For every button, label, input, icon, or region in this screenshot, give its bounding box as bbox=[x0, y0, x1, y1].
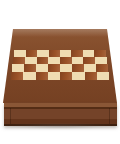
square-d6[interactable] bbox=[49, 50, 60, 57]
board-rank-2 bbox=[10, 80, 110, 88]
drawer-seam-right bbox=[109, 108, 110, 124]
square-c5[interactable] bbox=[37, 57, 49, 64]
board-rank-5 bbox=[13, 57, 106, 64]
square-e5[interactable] bbox=[60, 57, 72, 64]
drawer-seam-left bbox=[10, 108, 11, 124]
square-e6[interactable] bbox=[60, 50, 71, 57]
square-e4[interactable] bbox=[60, 64, 72, 72]
square-c3[interactable] bbox=[36, 72, 48, 80]
square-g6[interactable] bbox=[83, 50, 94, 57]
square-h6[interactable] bbox=[94, 50, 105, 57]
chess-board bbox=[0, 36, 120, 96]
square-f5[interactable] bbox=[72, 57, 84, 64]
square-a3[interactable] bbox=[11, 72, 23, 80]
square-b4[interactable] bbox=[24, 64, 36, 72]
square-c6[interactable] bbox=[37, 50, 48, 57]
board-rank-1 bbox=[9, 88, 112, 96]
board-rank-3 bbox=[11, 72, 109, 80]
square-g4[interactable] bbox=[84, 64, 96, 72]
ground-shadow bbox=[6, 124, 114, 128]
square-b6[interactable] bbox=[26, 50, 37, 57]
square-f3[interactable] bbox=[72, 72, 84, 80]
chess-set-photo bbox=[0, 0, 120, 144]
square-h4[interactable] bbox=[96, 64, 108, 72]
square-a4[interactable] bbox=[12, 64, 24, 72]
board-rank-6 bbox=[14, 50, 105, 57]
square-b5[interactable] bbox=[25, 57, 37, 64]
square-d4[interactable] bbox=[48, 64, 60, 72]
square-d5[interactable] bbox=[48, 57, 60, 64]
square-c4[interactable] bbox=[36, 64, 48, 72]
square-e3[interactable] bbox=[60, 72, 72, 80]
square-h3[interactable] bbox=[97, 72, 109, 80]
board-rank-4 bbox=[12, 64, 108, 72]
board-rank-7 bbox=[16, 43, 105, 50]
square-f6[interactable] bbox=[71, 50, 82, 57]
square-b3[interactable] bbox=[23, 72, 35, 80]
square-h5[interactable] bbox=[95, 57, 107, 64]
square-d3[interactable] bbox=[48, 72, 60, 80]
drawer-front bbox=[4, 103, 117, 126]
square-a6[interactable] bbox=[14, 50, 25, 57]
square-f4[interactable] bbox=[72, 64, 84, 72]
board-rank-8 bbox=[17, 36, 104, 43]
square-g5[interactable] bbox=[83, 57, 95, 64]
square-a5[interactable] bbox=[13, 57, 25, 64]
square-g3[interactable] bbox=[85, 72, 97, 80]
